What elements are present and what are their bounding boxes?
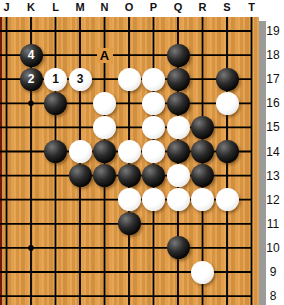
stone-black-Q14: [167, 140, 190, 163]
go-board-viewer: JKLMNOPQRST 1918171615141312111098 4213 …: [0, 0, 284, 305]
row-label-11: 11: [263, 216, 283, 232]
stone-black-S14: [216, 140, 239, 163]
column-label-S: S: [219, 1, 235, 13]
row-label-17: 17: [263, 71, 283, 87]
point-label-A-N18: A: [97, 48, 113, 63]
column-label-L: L: [48, 1, 64, 13]
stone-black-N14: [93, 140, 116, 163]
stone-white-O12: [118, 188, 141, 211]
stone-black-Q10: [167, 236, 190, 259]
stone-black-Q16: [167, 92, 190, 115]
stone-white-L17: 1: [44, 68, 67, 91]
stone-black-P13: [142, 164, 165, 187]
row-label-18: 18: [263, 47, 283, 63]
stone-black-Q18: [167, 44, 190, 67]
board-crop-edge: [0, 17, 2, 305]
stone-black-Q17: [167, 68, 190, 91]
stone-white-R9: [191, 261, 214, 284]
stone-black-K18: 4: [20, 44, 43, 67]
stone-black-O11: [118, 212, 141, 235]
column-label-Q: Q: [170, 1, 186, 13]
column-label-T: T: [244, 1, 260, 13]
stone-black-L14: [44, 140, 67, 163]
row-label-9: 9: [263, 264, 283, 280]
row-label-13: 13: [263, 168, 283, 184]
stone-black-R13: [191, 164, 214, 187]
row-label-10: 10: [263, 240, 283, 256]
stone-white-O17: [118, 68, 141, 91]
stone-white-S12: [216, 188, 239, 211]
row-label-19: 19: [263, 23, 283, 39]
stone-black-K17: 2: [20, 68, 43, 91]
row-label-8: 8: [263, 288, 283, 304]
stone-white-O14: [118, 140, 141, 163]
stone-black-M13: [69, 164, 92, 187]
column-label-R: R: [195, 1, 211, 13]
stone-black-R15: [191, 116, 214, 139]
stone-white-Q15: [167, 116, 190, 139]
row-label-12: 12: [263, 192, 283, 208]
stone-white-P17: [142, 68, 165, 91]
stone-white-Q13: [167, 164, 190, 187]
stone-white-P15: [142, 116, 165, 139]
stone-black-O13: [118, 164, 141, 187]
column-label-M: M: [72, 1, 88, 13]
column-label-P: P: [146, 1, 162, 13]
column-label-J: J: [0, 1, 15, 13]
row-label-15: 15: [263, 119, 283, 135]
stone-white-Q12: [167, 188, 190, 211]
row-label-16: 16: [263, 95, 283, 111]
row-label-14: 14: [263, 144, 283, 160]
stone-white-M14: [69, 140, 92, 163]
column-label-N: N: [97, 1, 113, 13]
stone-white-N16: [93, 92, 116, 115]
stone-white-P14: [142, 140, 165, 163]
stone-black-N13: [93, 164, 116, 187]
column-label-O: O: [121, 1, 137, 13]
stone-white-M17: 3: [69, 68, 92, 91]
stone-white-N15: [93, 116, 116, 139]
stone-black-R14: [191, 140, 214, 163]
stone-white-P16: [142, 92, 165, 115]
column-label-K: K: [23, 1, 39, 13]
stone-white-S16: [216, 92, 239, 115]
stone-black-S17: [216, 68, 239, 91]
stone-black-L16: [44, 92, 67, 115]
board-shadow: [259, 21, 266, 305]
